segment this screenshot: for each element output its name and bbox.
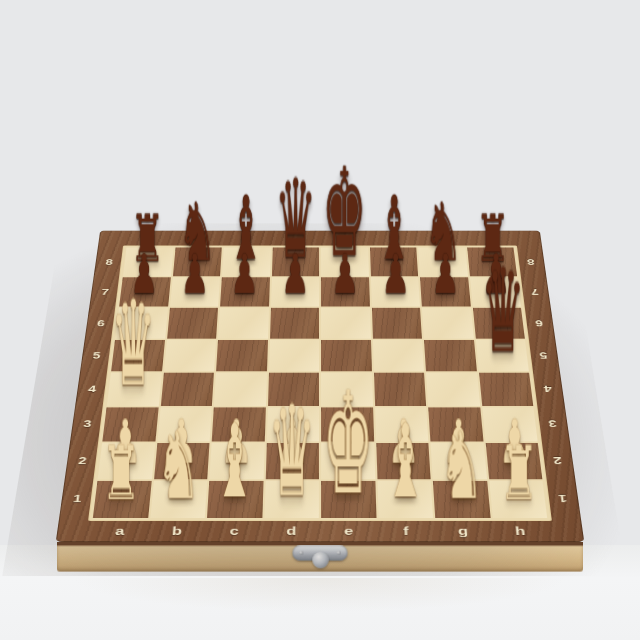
white-rook-h1[interactable]: ♜ [499, 441, 538, 508]
square-e7[interactable]: ♟ [321, 277, 370, 306]
white-king-e1[interactable]: ♚ [323, 381, 374, 508]
square-b6[interactable] [167, 308, 218, 339]
square-c4[interactable] [214, 373, 267, 406]
square-b7[interactable]: ♟ [170, 277, 220, 306]
rank-label-right-2: 2 [543, 442, 572, 479]
square-a4[interactable]: ♛ [107, 373, 162, 406]
square-d1[interactable]: ♛ [264, 480, 319, 518]
black-pawn-f7[interactable]: ♟ [381, 250, 410, 299]
square-f4[interactable] [374, 373, 427, 406]
rank-label-right-1: 1 [548, 479, 578, 518]
square-g5[interactable] [424, 340, 476, 372]
square-b5[interactable] [164, 340, 216, 372]
file-label-c: c [205, 524, 263, 537]
black-pawn-b7[interactable]: ♟ [180, 250, 209, 299]
square-b4[interactable] [160, 373, 214, 406]
studio-backdrop: ♜♞♝♛♚♝♞♜♟♟♟♟♟♟♟♟♛♛♟♟♟♟♟♟♟♟♜♞♝♛♚♝♞♜ abcde… [0, 0, 640, 640]
rank-label-right-6: 6 [526, 307, 553, 339]
white-queen-a4[interactable]: ♛ [111, 291, 156, 397]
file-label-d: d [263, 524, 320, 537]
file-label-a: a [90, 524, 149, 537]
square-e1[interactable]: ♚ [321, 480, 376, 518]
square-f6[interactable] [371, 308, 421, 339]
rank-label-left-2: 2 [68, 442, 97, 479]
white-knight-b1[interactable]: ♞ [156, 425, 200, 508]
square-g4[interactable] [426, 373, 480, 406]
rank-label-left-8: 8 [96, 248, 121, 277]
square-c7[interactable]: ♟ [220, 277, 269, 306]
playing-area: ♜♞♝♛♚♝♞♜♟♟♟♟♟♟♟♟♛♛♟♟♟♟♟♟♟♟♜♞♝♛♚♝♞♜ [89, 246, 550, 520]
file-label-e: e [320, 524, 377, 537]
square-g7[interactable]: ♟ [420, 277, 470, 306]
black-pawn-d7[interactable]: ♟ [281, 250, 310, 299]
file-label-h: h [491, 524, 550, 537]
square-e6[interactable] [321, 308, 371, 339]
rank-label-right-3: 3 [538, 406, 567, 442]
rank-label-left-1: 1 [62, 479, 92, 518]
chess-board: ♜♞♝♛♚♝♞♜♟♟♟♟♟♟♟♟♛♛♟♟♟♟♟♟♟♟♜♞♝♛♚♝♞♜ abcde… [56, 231, 585, 542]
file-label-b: b [148, 524, 206, 537]
white-knight-g1[interactable]: ♞ [440, 425, 484, 508]
white-rook-a1[interactable]: ♜ [102, 441, 141, 508]
rank-label-left-3: 3 [73, 406, 102, 442]
rank-label-right-7: 7 [522, 277, 548, 307]
square-h4[interactable] [479, 373, 534, 406]
square-b1[interactable]: ♞ [150, 480, 207, 518]
rank-label-right-5: 5 [530, 339, 557, 372]
square-h5[interactable]: ♛ [475, 340, 528, 372]
square-c6[interactable] [218, 308, 268, 339]
black-pawn-c7[interactable]: ♟ [230, 250, 259, 299]
square-f1[interactable]: ♝ [377, 480, 433, 518]
square-d7[interactable]: ♟ [271, 277, 320, 306]
square-a1[interactable]: ♜ [93, 480, 151, 518]
white-bishop-f1[interactable]: ♝ [384, 417, 425, 508]
square-g6[interactable] [422, 308, 473, 339]
file-label-g: g [434, 524, 492, 537]
white-bishop-c1[interactable]: ♝ [214, 417, 255, 508]
square-h1[interactable]: ♜ [489, 480, 547, 518]
black-pawn-e7[interactable]: ♟ [331, 250, 360, 299]
square-f7[interactable]: ♟ [370, 277, 419, 306]
square-d5[interactable] [269, 340, 319, 372]
square-f5[interactable] [372, 340, 423, 372]
file-label-f: f [377, 524, 435, 537]
table-reflection [70, 578, 570, 612]
square-d6[interactable] [270, 308, 320, 339]
rank-label-left-4: 4 [78, 372, 106, 406]
black-pawn-g7[interactable]: ♟ [431, 250, 460, 299]
white-queen-d1[interactable]: ♛ [268, 395, 316, 508]
square-c1[interactable]: ♝ [207, 480, 263, 518]
square-g1[interactable]: ♞ [433, 480, 490, 518]
file-labels-bottom: abcdefgh [90, 522, 550, 540]
rank-label-right-8: 8 [518, 248, 543, 277]
black-queen-h5[interactable]: ♛ [481, 259, 525, 363]
rank-label-right-4: 4 [534, 372, 562, 406]
rank-label-left-5: 5 [83, 339, 110, 372]
square-c5[interactable] [216, 340, 267, 372]
